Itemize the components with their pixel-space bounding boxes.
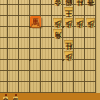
shogi-piece-sente[interactable]: 馬 bbox=[30, 16, 41, 27]
hand-piece-count-mark bbox=[15, 94, 18, 96]
shogi-board[interactable]: 香桂銀金王歩歩歩歩馬角桂歩 bbox=[0, 0, 96, 93]
shogi-piece-gote[interactable]: 金 bbox=[52, 0, 63, 5]
piece-tile: 歩 bbox=[64, 18, 74, 29]
shogi-piece-gote[interactable]: 歩 bbox=[85, 16, 96, 27]
shogi-piece-gote[interactable]: 歩 bbox=[63, 16, 74, 27]
hand-piece-tile[interactable]: 金 bbox=[2, 96, 9, 100]
shogi-piece-gote[interactable]: 歩 bbox=[52, 16, 63, 27]
piece-kanji: 歩 bbox=[76, 18, 84, 28]
hand-piece-kanji: 金 bbox=[3, 96, 9, 100]
piece-tile: 歩 bbox=[75, 18, 85, 29]
hand-piece-count-mark bbox=[5, 94, 8, 96]
star-point bbox=[29, 59, 31, 61]
shogi-piece-gote[interactable]: 歩 bbox=[74, 16, 85, 27]
piece-tile: 角 bbox=[53, 29, 63, 40]
piece-kanji: 歩 bbox=[65, 18, 73, 28]
piece-kanji: 歩 bbox=[87, 18, 95, 28]
piece-tile: 馬 bbox=[31, 18, 41, 29]
piece-kanji: 金 bbox=[54, 0, 62, 6]
shogi-piece-gote[interactable]: 角 bbox=[52, 27, 63, 38]
piece-tile: 香 bbox=[86, 0, 96, 6]
shogi-app-screen: 香桂銀金王歩歩歩歩馬角桂歩 金銀 bbox=[0, 0, 100, 100]
shogi-piece-gote[interactable]: 桂 bbox=[74, 0, 85, 5]
piece-tile: 歩 bbox=[86, 18, 96, 29]
piece-kanji: 歩 bbox=[65, 51, 73, 61]
hand-piece-tile[interactable]: 銀 bbox=[12, 96, 19, 100]
piece-kanji: 角 bbox=[54, 29, 62, 39]
piece-tile: 金 bbox=[53, 0, 63, 6]
shogi-piece-gote[interactable]: 香 bbox=[85, 0, 96, 5]
hand-piece-kanji: 銀 bbox=[13, 96, 19, 100]
piece-kanji: 馬 bbox=[32, 18, 40, 28]
shogi-piece-gote[interactable]: 歩 bbox=[63, 49, 74, 60]
piece-kanji: 香 bbox=[87, 0, 95, 6]
shogi-piece-gote[interactable]: 桂 bbox=[63, 38, 74, 49]
shogi-piece-gote[interactable]: 王 bbox=[63, 5, 74, 16]
piece-tile: 桂 bbox=[75, 0, 85, 6]
piece-tile: 歩 bbox=[64, 51, 74, 62]
piece-kanji: 桂 bbox=[76, 0, 84, 6]
sente-hand-tray: 金銀 bbox=[0, 93, 100, 100]
